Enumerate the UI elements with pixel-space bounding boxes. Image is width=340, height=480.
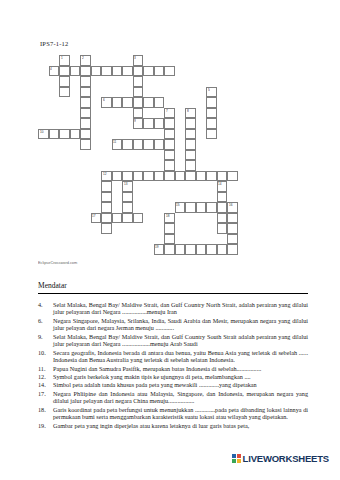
crossword-cell[interactable] bbox=[80, 129, 91, 140]
crossword-cell[interactable] bbox=[143, 66, 154, 77]
crossword-cell[interactable] bbox=[80, 97, 91, 108]
worksheet-page: { "game": "crossword", "title": "IPS7-1-… bbox=[0, 0, 340, 480]
clue-item-text: Symbol garis berkelok yang makin tipis k… bbox=[53, 373, 308, 380]
crossword-cell[interactable] bbox=[217, 244, 228, 255]
crossword-cell[interactable] bbox=[122, 192, 133, 203]
crossword-cell[interactable] bbox=[49, 129, 60, 140]
crossword-cell[interactable]: 6 bbox=[101, 97, 112, 108]
clue-number: 18 bbox=[166, 214, 170, 217]
clue-item: 9.Selat Malaka, Bengal Bay/ Maldive Stra… bbox=[38, 333, 308, 348]
crossword-cell[interactable] bbox=[80, 76, 91, 87]
crossword-cell[interactable] bbox=[59, 66, 70, 77]
clue-item: 10.Secara geografis, Indonesia berada di… bbox=[38, 349, 308, 364]
crossword-cell[interactable] bbox=[164, 244, 175, 255]
crossword-cell[interactable] bbox=[206, 129, 217, 140]
crossword-cell[interactable] bbox=[80, 118, 91, 129]
clue-list: 4.Selat Malaka, Bengal Bay/ Maldive Stra… bbox=[38, 301, 308, 430]
crossword-cell[interactable] bbox=[59, 76, 70, 87]
crossword-cell[interactable] bbox=[112, 171, 123, 182]
crossword-cell[interactable] bbox=[206, 171, 217, 182]
crossword-cell[interactable] bbox=[133, 66, 144, 77]
crossword-cell[interactable] bbox=[206, 108, 217, 119]
crossword-cell[interactable] bbox=[154, 66, 165, 77]
clue-number: 8 bbox=[187, 109, 189, 112]
crossword-cell[interactable] bbox=[206, 202, 217, 213]
crossword-cell[interactable] bbox=[185, 202, 196, 213]
crossword-cell[interactable] bbox=[59, 87, 70, 98]
crossword-cell[interactable]: 7 bbox=[164, 108, 175, 119]
crossword-cell[interactable]: 13 bbox=[122, 181, 133, 192]
clue-number: 9 bbox=[134, 119, 136, 122]
crossword-cell[interactable] bbox=[122, 97, 133, 108]
crossword-cell[interactable]: 2 bbox=[80, 55, 91, 66]
clue-item-text: Negara Phliipine dan Indonesia atau Mala… bbox=[53, 390, 308, 405]
crossword-cell[interactable] bbox=[112, 66, 123, 77]
clue-number: 5 bbox=[208, 88, 210, 91]
crossword-cell[interactable] bbox=[164, 160, 175, 171]
crossword-cell[interactable] bbox=[217, 213, 228, 224]
clue-item-text: Papua Nugini dan Samudra Pasifik, merupa… bbox=[53, 365, 308, 372]
crossword-cell[interactable] bbox=[133, 97, 144, 108]
crossword-cell[interactable] bbox=[122, 202, 133, 213]
crossword-cell[interactable] bbox=[164, 234, 175, 245]
liveworksheets-wordmark: LIVEWORKSHEETS bbox=[243, 453, 329, 464]
crossword-cell[interactable] bbox=[80, 108, 91, 119]
clue-item-number: 12. bbox=[38, 373, 53, 380]
crossword-cell[interactable] bbox=[206, 118, 217, 129]
crossword-cell[interactable] bbox=[154, 171, 165, 182]
crossword-cell[interactable] bbox=[154, 139, 165, 150]
clue-item-text: Selat Malaka, Bengal Bay/ Maldive Strait… bbox=[53, 301, 308, 316]
crossword-cell[interactable] bbox=[133, 139, 144, 150]
crossword-cell[interactable] bbox=[133, 87, 144, 98]
crossword-cell[interactable] bbox=[101, 223, 112, 234]
clue-item-number: 4. bbox=[38, 301, 53, 316]
crossword-cell[interactable] bbox=[101, 66, 112, 77]
crossword-cell[interactable] bbox=[154, 97, 165, 108]
crossword-cell[interactable] bbox=[143, 139, 154, 150]
clue-number: 17 bbox=[92, 214, 96, 217]
crossword-cell[interactable] bbox=[185, 139, 196, 150]
crossword-cell[interactable] bbox=[185, 118, 196, 129]
crossword-cell[interactable]: 19 bbox=[154, 244, 165, 255]
crossword-cell[interactable] bbox=[143, 171, 154, 182]
clue-number: 11 bbox=[113, 140, 116, 143]
clue-number: 3 bbox=[134, 56, 136, 59]
crossword-cell[interactable]: 8 bbox=[185, 108, 196, 119]
crossword-cell[interactable] bbox=[154, 118, 165, 129]
crossword-cell[interactable] bbox=[217, 171, 228, 182]
crossword-cell[interactable] bbox=[217, 192, 228, 203]
clue-item-text: Simbol peta adalah tanda khusus pada pet… bbox=[53, 381, 308, 388]
crossword-cell[interactable]: 11 bbox=[112, 139, 123, 150]
crossword-cell[interactable] bbox=[185, 150, 196, 161]
clue-item-number: 17. bbox=[38, 390, 53, 405]
crossword-cell[interactable] bbox=[122, 66, 133, 77]
crossword-cell[interactable]: 14 bbox=[217, 181, 228, 192]
crossword-cell[interactable] bbox=[217, 202, 228, 213]
clue-number: 16 bbox=[229, 203, 233, 206]
crossword-cell[interactable] bbox=[164, 223, 175, 234]
crossword-cell[interactable] bbox=[196, 244, 207, 255]
clue-item-number: 11. bbox=[38, 365, 53, 372]
crossword-cell[interactable] bbox=[196, 202, 207, 213]
clue-item-text: Gambar peta yang ingin diperjelas atau k… bbox=[53, 422, 308, 429]
crossword-cell[interactable] bbox=[175, 244, 186, 255]
section-divider bbox=[38, 293, 308, 294]
clue-item-number: 6. bbox=[38, 317, 53, 332]
crossword-cell[interactable] bbox=[133, 76, 144, 87]
crossword-cell[interactable] bbox=[133, 108, 144, 119]
crossword-cell[interactable]: 5 bbox=[206, 87, 217, 98]
clue-number: 1 bbox=[61, 56, 63, 59]
clue-item-text: Negara Singapore, Malaysia, Srilanka, In… bbox=[53, 317, 308, 332]
crossword-cell[interactable] bbox=[133, 171, 144, 182]
crossword-cell[interactable] bbox=[164, 139, 175, 150]
crossword-cell[interactable] bbox=[227, 171, 238, 182]
crossword-cell[interactable]: 15 bbox=[175, 202, 186, 213]
crossword-credit: EclipseCrossword.com bbox=[38, 261, 77, 265]
crossword-cell[interactable] bbox=[164, 150, 175, 161]
crossword-cell[interactable]: 10 bbox=[38, 129, 49, 140]
crossword-cell[interactable] bbox=[164, 129, 175, 140]
crossword-cell[interactable] bbox=[227, 244, 238, 255]
crossword-cell[interactable] bbox=[70, 129, 81, 140]
clue-number: 19 bbox=[155, 245, 159, 248]
clue-item: 18.Garis koordinat pada peta berfungsi u… bbox=[38, 406, 308, 421]
clue-number: 6 bbox=[103, 98, 105, 101]
crossword-cell[interactable] bbox=[227, 213, 238, 224]
clue-item: 12.Symbol garis berkelok yang makin tipi… bbox=[38, 373, 308, 380]
crossword-cell[interactable] bbox=[164, 66, 175, 77]
clue-number: 15 bbox=[176, 203, 180, 206]
crossword-cell[interactable]: 1 bbox=[59, 55, 70, 66]
crossword-cell[interactable] bbox=[91, 66, 102, 77]
page-title: IPS7-1-12 bbox=[40, 40, 69, 47]
liveworksheets-icon bbox=[232, 454, 241, 463]
clue-item-number: 9. bbox=[38, 333, 53, 348]
clue-item-text: Secara geografis, Indonesia berada di an… bbox=[53, 349, 308, 364]
clue-number: 4 bbox=[50, 67, 52, 70]
clue-number: 10 bbox=[40, 130, 44, 133]
crossword-cell[interactable] bbox=[101, 213, 112, 224]
crossword-cell[interactable] bbox=[227, 234, 238, 245]
crossword-cell[interactable] bbox=[185, 129, 196, 140]
clue-item: 6.Negara Singapore, Malaysia, Srilanka, … bbox=[38, 317, 308, 332]
clue-number: 7 bbox=[166, 109, 168, 112]
clue-number: 12 bbox=[103, 172, 107, 175]
liveworksheets-logo[interactable]: LIVEWORKSHEETS bbox=[232, 453, 329, 464]
crossword-cell[interactable]: 4 bbox=[49, 66, 60, 77]
crossword-cell[interactable] bbox=[112, 97, 123, 108]
crossword-cell[interactable]: 18 bbox=[164, 213, 175, 224]
crossword-cell[interactable] bbox=[206, 244, 217, 255]
clues-section-heading: Mendatar bbox=[38, 281, 67, 290]
crossword-grid: 12345678910111213141516171819 bbox=[38, 55, 238, 255]
clue-item-number: 14. bbox=[38, 381, 53, 388]
clue-item-number: 19. bbox=[38, 422, 53, 429]
crossword-cell[interactable] bbox=[133, 213, 144, 224]
crossword-cell[interactable] bbox=[196, 171, 207, 182]
clue-item: 14.Simbol peta adalah tanda khusus pada … bbox=[38, 381, 308, 388]
crossword-cell[interactable] bbox=[164, 118, 175, 129]
crossword-cell[interactable] bbox=[101, 202, 112, 213]
crossword-cell[interactable] bbox=[122, 171, 133, 182]
clue-number: 13 bbox=[124, 182, 128, 185]
clue-item: 4.Selat Malaka, Bengal Bay/ Maldive Stra… bbox=[38, 301, 308, 316]
clue-number: 14 bbox=[218, 182, 222, 185]
crossword-cell[interactable]: 3 bbox=[133, 55, 144, 66]
clue-number: 2 bbox=[82, 56, 84, 59]
crossword-cell[interactable] bbox=[122, 213, 133, 224]
crossword-cell[interactable] bbox=[185, 244, 196, 255]
crossword-cell[interactable] bbox=[227, 223, 238, 234]
crossword-cell[interactable] bbox=[164, 171, 175, 182]
crossword-cell[interactable]: 17 bbox=[91, 213, 102, 224]
crossword-cell[interactable] bbox=[143, 118, 154, 129]
clue-item: 11.Papua Nugini dan Samudra Pasifik, mer… bbox=[38, 365, 308, 372]
crossword-cell[interactable] bbox=[80, 139, 91, 150]
clue-item: 17.Negara Phliipine dan Indonesia atau M… bbox=[38, 390, 308, 405]
crossword-cell[interactable] bbox=[112, 213, 123, 224]
crossword-cell[interactable] bbox=[101, 181, 112, 192]
crossword-cell[interactable] bbox=[101, 192, 112, 203]
crossword-cell[interactable] bbox=[185, 171, 196, 182]
crossword-cell[interactable] bbox=[70, 66, 81, 77]
crossword-cell[interactable] bbox=[217, 223, 228, 234]
clue-item-text: Selat Malaka, Bengal Bay/ Maldive Strait… bbox=[53, 333, 308, 348]
crossword-cell[interactable] bbox=[122, 139, 133, 150]
crossword-cell[interactable]: 16 bbox=[227, 202, 238, 213]
crossword-cell[interactable] bbox=[206, 97, 217, 108]
clue-item: 19.Gambar peta yang ingin diperjelas ata… bbox=[38, 422, 308, 429]
crossword-cell[interactable]: 9 bbox=[133, 118, 144, 129]
clue-item-number: 18. bbox=[38, 406, 53, 421]
crossword-cell[interactable]: 12 bbox=[101, 171, 112, 182]
crossword-cell[interactable] bbox=[59, 129, 70, 140]
crossword-cell[interactable] bbox=[185, 160, 196, 171]
crossword-cell[interactable] bbox=[175, 171, 186, 182]
crossword-cell[interactable] bbox=[80, 87, 91, 98]
clue-item-number: 10. bbox=[38, 349, 53, 364]
crossword-cell[interactable] bbox=[143, 97, 154, 108]
clue-item-text: Garis koordinat pada peta berfungsi untu… bbox=[53, 406, 308, 421]
crossword-cell[interactable] bbox=[80, 66, 91, 77]
